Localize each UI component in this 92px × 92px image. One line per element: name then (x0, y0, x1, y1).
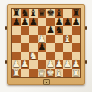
square-d6[interactable] (38, 26, 47, 35)
piece-white-pawn-g2[interactable]: ♟ (63, 60, 72, 69)
square-h7[interactable]: ♟ (72, 18, 81, 27)
square-c2[interactable] (29, 60, 38, 69)
hinge-pin-icon (85, 26, 87, 30)
square-g5[interactable]: ♝ (63, 35, 72, 44)
square-f7[interactable]: ♟ (55, 18, 64, 27)
piece-white-rook-h1[interactable]: ♜ (72, 69, 81, 78)
square-b7[interactable]: ♟ (21, 18, 30, 27)
square-g4[interactable] (63, 43, 72, 52)
piece-black-rook-a8[interactable]: ♜ (12, 9, 21, 18)
piece-black-bishop-f8[interactable]: ♝ (55, 9, 64, 18)
square-e5[interactable] (46, 35, 55, 44)
piece-black-knight-b8[interactable]: ♞ (21, 9, 30, 18)
square-e4[interactable] (46, 43, 55, 52)
piece-white-bishop-g5[interactable]: ♝ (63, 35, 72, 44)
square-a2[interactable]: ♟ (12, 60, 21, 69)
square-e6[interactable]: ♟ (46, 26, 55, 35)
square-d3[interactable] (38, 52, 47, 61)
square-b5[interactable] (21, 35, 30, 44)
piece-black-queen-d8[interactable]: ♛ (38, 9, 47, 18)
piece-white-pawn-h2[interactable]: ♟ (72, 60, 81, 69)
piece-white-pawn-b2[interactable]: ♟ (21, 60, 30, 69)
square-b2[interactable]: ♟ (21, 60, 30, 69)
square-h3[interactable] (72, 52, 81, 61)
square-h1[interactable]: ♜ (72, 69, 81, 78)
square-b4[interactable] (21, 43, 30, 52)
square-e2[interactable]: ♟ (46, 60, 55, 69)
square-g6[interactable] (63, 26, 72, 35)
square-e7[interactable] (46, 18, 55, 27)
piece-black-pawn-f7[interactable]: ♟ (55, 18, 64, 27)
piece-white-pawn-d5[interactable]: ♟ (38, 35, 47, 44)
board-photo: ♜♞♝♛♚♝♜♟♟♟♟♟♟♟♞♟♝♟♞♟♟♟♟♟♟♜♛♚♝♜ (0, 0, 92, 92)
square-f3[interactable] (55, 52, 64, 61)
square-a1[interactable]: ♜ (12, 69, 21, 78)
square-e8[interactable]: ♚ (46, 9, 55, 18)
piece-black-pawn-b7[interactable]: ♟ (21, 18, 30, 27)
square-b1[interactable] (21, 69, 30, 78)
square-c8[interactable]: ♝ (29, 9, 38, 18)
square-d2[interactable] (38, 60, 47, 69)
square-f6[interactable]: ♞ (55, 26, 64, 35)
square-h6[interactable] (72, 26, 81, 35)
square-a8[interactable]: ♜ (12, 9, 21, 18)
square-g8[interactable] (63, 9, 72, 18)
piece-black-pawn-c7[interactable]: ♟ (29, 18, 38, 27)
square-a3[interactable] (12, 52, 21, 61)
square-a4[interactable] (12, 43, 21, 52)
hinge-pin-icon (85, 60, 87, 64)
piece-black-knight-f6[interactable]: ♞ (55, 26, 64, 35)
piece-black-pawn-a7[interactable]: ♟ (12, 18, 21, 27)
square-f2[interactable]: ♟ (55, 60, 64, 69)
square-b8[interactable]: ♞ (21, 9, 30, 18)
square-g1[interactable] (63, 69, 72, 78)
piece-black-bishop-c8[interactable]: ♝ (29, 9, 38, 18)
piece-black-pawn-e6[interactable]: ♟ (46, 26, 55, 35)
square-g3[interactable] (63, 52, 72, 61)
piece-white-knight-c3[interactable]: ♞ (29, 52, 38, 61)
piece-white-pawn-a2[interactable]: ♟ (12, 60, 21, 69)
piece-black-pawn-d4[interactable]: ♟ (38, 43, 47, 52)
chess-board: ♜♞♝♛♚♝♜♟♟♟♟♟♟♟♞♟♝♟♞♟♟♟♟♟♟♜♛♚♝♜ (11, 8, 81, 78)
square-h8[interactable]: ♜ (72, 9, 81, 18)
square-d7[interactable] (38, 18, 47, 27)
piece-black-pawn-g7[interactable]: ♟ (63, 18, 72, 27)
square-d8[interactable]: ♛ (38, 9, 47, 18)
piece-white-king-e1[interactable]: ♚ (46, 69, 55, 78)
hinge-pin-icon (5, 60, 7, 64)
clasp-icon (43, 79, 50, 85)
square-g2[interactable]: ♟ (63, 60, 72, 69)
square-d4[interactable]: ♟ (38, 43, 47, 52)
square-d5[interactable]: ♟ (38, 35, 47, 44)
square-e3[interactable] (46, 52, 55, 61)
square-c3[interactable]: ♞ (29, 52, 38, 61)
square-g7[interactable]: ♟ (63, 18, 72, 27)
square-c1[interactable] (29, 69, 38, 78)
square-a7[interactable]: ♟ (12, 18, 21, 27)
square-c4[interactable] (29, 43, 38, 52)
piece-black-king-e8[interactable]: ♚ (46, 9, 55, 18)
square-c5[interactable] (29, 35, 38, 44)
piece-white-bishop-f1[interactable]: ♝ (55, 69, 64, 78)
square-a5[interactable] (12, 35, 21, 44)
square-a6[interactable] (12, 26, 21, 35)
piece-white-pawn-e2[interactable]: ♟ (46, 60, 55, 69)
square-h2[interactable]: ♟ (72, 60, 81, 69)
square-e1[interactable]: ♚ (46, 69, 55, 78)
piece-white-pawn-f2[interactable]: ♟ (55, 60, 64, 69)
hinge-pin-icon (5, 26, 7, 30)
square-h5[interactable] (72, 35, 81, 44)
piece-black-rook-h8[interactable]: ♜ (72, 9, 81, 18)
square-c7[interactable]: ♟ (29, 18, 38, 27)
square-f1[interactable]: ♝ (55, 69, 64, 78)
piece-white-rook-a1[interactable]: ♜ (12, 69, 21, 78)
square-f5[interactable] (55, 35, 64, 44)
piece-white-queen-d1[interactable]: ♛ (38, 69, 47, 78)
square-h4[interactable] (72, 43, 81, 52)
square-c6[interactable] (29, 26, 38, 35)
square-b3[interactable] (21, 52, 30, 61)
square-f4[interactable] (55, 43, 64, 52)
square-d1[interactable]: ♛ (38, 69, 47, 78)
square-f8[interactable]: ♝ (55, 9, 64, 18)
piece-black-pawn-h7[interactable]: ♟ (72, 18, 81, 27)
square-b6[interactable] (21, 26, 30, 35)
